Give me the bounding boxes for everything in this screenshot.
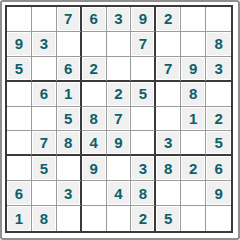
cell-r1c2[interactable] xyxy=(32,7,57,32)
cell-r3c2[interactable] xyxy=(32,57,57,82)
cell-r5c6[interactable] xyxy=(131,107,156,132)
sudoku-board: 7639293785627936125858712784935593826634… xyxy=(5,5,233,233)
cell-r5c9: 2 xyxy=(206,107,231,132)
cell-r7c8: 2 xyxy=(181,156,206,181)
cell-r8c1: 6 xyxy=(7,181,32,206)
cell-r2c6: 7 xyxy=(131,32,156,57)
cell-r1c4: 6 xyxy=(82,7,107,32)
cell-r7c9: 6 xyxy=(206,156,231,181)
cell-r2c3[interactable] xyxy=(57,32,82,57)
cell-r6c9: 5 xyxy=(206,131,231,156)
cell-r9c1: 1 xyxy=(7,206,32,231)
cell-r9c9[interactable] xyxy=(206,206,231,231)
cell-r7c6: 3 xyxy=(131,156,156,181)
cell-r5c3: 5 xyxy=(57,107,82,132)
cell-r4c2: 6 xyxy=(32,82,57,107)
cell-r8c5: 4 xyxy=(107,181,132,206)
cell-r8c6: 8 xyxy=(131,181,156,206)
cell-r1c6: 9 xyxy=(131,7,156,32)
cell-r4c1[interactable] xyxy=(7,82,32,107)
cell-r6c8[interactable] xyxy=(181,131,206,156)
cell-r8c3: 3 xyxy=(57,181,82,206)
cell-r8c7[interactable] xyxy=(156,181,181,206)
cell-r9c4[interactable] xyxy=(82,206,107,231)
cell-r1c8[interactable] xyxy=(181,7,206,32)
cell-r5c5: 7 xyxy=(107,107,132,132)
cell-r1c3: 7 xyxy=(57,7,82,32)
cell-r4c7[interactable] xyxy=(156,82,181,107)
cell-r6c4: 4 xyxy=(82,131,107,156)
cell-r2c2: 3 xyxy=(32,32,57,57)
cell-r7c5[interactable] xyxy=(107,156,132,181)
cell-r6c7: 3 xyxy=(156,131,181,156)
cell-r4c8: 8 xyxy=(181,82,206,107)
cell-r2c1: 9 xyxy=(7,32,32,57)
cell-r7c3[interactable] xyxy=(57,156,82,181)
cell-r9c3[interactable] xyxy=(57,206,82,231)
cell-r2c5[interactable] xyxy=(107,32,132,57)
cell-r2c7[interactable] xyxy=(156,32,181,57)
cell-r5c7[interactable] xyxy=(156,107,181,132)
cell-r1c7: 2 xyxy=(156,7,181,32)
cell-r3c8: 9 xyxy=(181,57,206,82)
cell-r4c3: 1 xyxy=(57,82,82,107)
cell-r3c7: 7 xyxy=(156,57,181,82)
cell-r7c2: 5 xyxy=(32,156,57,181)
cell-r4c5: 2 xyxy=(107,82,132,107)
cell-r6c1[interactable] xyxy=(7,131,32,156)
cell-r9c6: 2 xyxy=(131,206,156,231)
cell-r6c6[interactable] xyxy=(131,131,156,156)
cell-r7c4: 9 xyxy=(82,156,107,181)
cell-r4c4[interactable] xyxy=(82,82,107,107)
cell-r9c5[interactable] xyxy=(107,206,132,231)
cell-r3c4: 2 xyxy=(82,57,107,82)
cell-r4c6: 5 xyxy=(131,82,156,107)
cell-r3c5[interactable] xyxy=(107,57,132,82)
cell-r8c2[interactable] xyxy=(32,181,57,206)
cell-r3c3: 6 xyxy=(57,57,82,82)
sudoku-widget-frame: 7639293785627936125858712784935593826634… xyxy=(0,0,240,240)
cell-r6c5: 9 xyxy=(107,131,132,156)
cell-r9c2: 8 xyxy=(32,206,57,231)
cell-r6c2: 7 xyxy=(32,131,57,156)
cell-r2c8[interactable] xyxy=(181,32,206,57)
cell-r1c5: 3 xyxy=(107,7,132,32)
cell-r6c3: 8 xyxy=(57,131,82,156)
cell-r3c6[interactable] xyxy=(131,57,156,82)
cell-r8c8[interactable] xyxy=(181,181,206,206)
cell-r9c8[interactable] xyxy=(181,206,206,231)
cell-r2c4[interactable] xyxy=(82,32,107,57)
cell-r1c1[interactable] xyxy=(7,7,32,32)
cell-r5c1[interactable] xyxy=(7,107,32,132)
cell-r3c1: 5 xyxy=(7,57,32,82)
cell-r7c1[interactable] xyxy=(7,156,32,181)
cell-r8c4[interactable] xyxy=(82,181,107,206)
cell-r8c9: 9 xyxy=(206,181,231,206)
cell-r5c4: 8 xyxy=(82,107,107,132)
cell-r5c8: 1 xyxy=(181,107,206,132)
cell-r1c9[interactable] xyxy=(206,7,231,32)
cell-r7c7: 8 xyxy=(156,156,181,181)
cell-r4c9[interactable] xyxy=(206,82,231,107)
cell-r9c7: 5 xyxy=(156,206,181,231)
cell-r2c9: 8 xyxy=(206,32,231,57)
cell-r3c9: 3 xyxy=(206,57,231,82)
cell-r5c2[interactable] xyxy=(32,107,57,132)
